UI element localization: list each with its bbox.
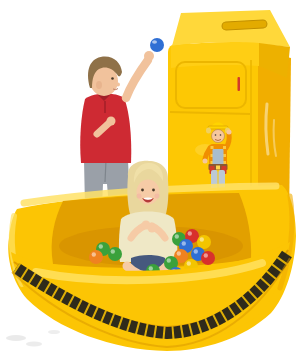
boy-nose (116, 83, 120, 87)
shadow-smudge (48, 330, 60, 334)
builder-hand (203, 159, 208, 164)
ball-highlight (204, 253, 208, 257)
builder-hand (227, 130, 232, 135)
shadow-smudge (26, 342, 42, 347)
check (223, 146, 226, 149)
girl-shirt (119, 212, 177, 263)
ball-highlight (111, 249, 115, 253)
builder-eye (215, 134, 217, 136)
builder-hat-brim (208, 126, 228, 129)
builder-hair (206, 128, 211, 134)
ball-highlight (182, 241, 186, 245)
boy-hand (144, 51, 154, 61)
builder-belt-buckle (216, 166, 220, 170)
blue-ball-highlight (152, 40, 157, 44)
girl-eye (141, 189, 144, 192)
ball-highlight (99, 244, 103, 248)
ball-highlight (177, 251, 181, 255)
play-ball (89, 250, 103, 264)
blue-ball-in-hand (150, 38, 164, 52)
boy-raised-arm (126, 60, 148, 98)
ball-highlight (187, 261, 191, 265)
product-photo (0, 0, 300, 358)
ball-highlight (92, 252, 96, 256)
ball-highlight (149, 266, 153, 270)
girl-clasped-hands (148, 224, 157, 233)
boy-fist (107, 117, 116, 126)
play-ball (108, 247, 122, 261)
ball-highlight (175, 234, 179, 238)
girl-cheek (155, 194, 160, 199)
girl-cheek (137, 194, 142, 199)
ball-highlight (188, 231, 192, 235)
ball-highlight (194, 249, 198, 253)
play-ball (197, 235, 211, 249)
play-ball (201, 251, 215, 265)
shadow-smudge (6, 335, 26, 341)
girl-eye (152, 189, 155, 192)
girl-teeth (144, 198, 152, 200)
tower-cap-front (171, 42, 259, 68)
check (211, 146, 214, 149)
ball-highlight (200, 237, 204, 241)
boy-ear (96, 81, 102, 89)
ball-drop-slot (222, 20, 267, 30)
builder-eye (220, 134, 222, 136)
ball-highlight (167, 258, 171, 262)
floor-shadow (6, 330, 60, 347)
ball-pit-illustration (0, 0, 300, 358)
tower-red-mark (238, 77, 241, 91)
boy-eye (111, 77, 114, 80)
